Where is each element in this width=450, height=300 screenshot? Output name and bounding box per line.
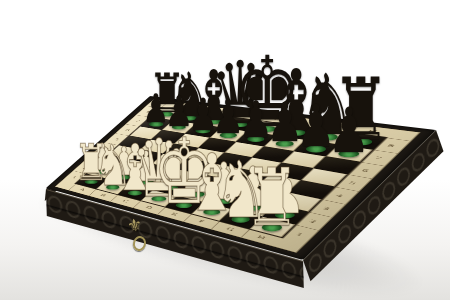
chess-set-photo: ABCDEFGH ABCDEFGH 87654321 87654321 ♜♞♝♛…	[0, 0, 450, 300]
